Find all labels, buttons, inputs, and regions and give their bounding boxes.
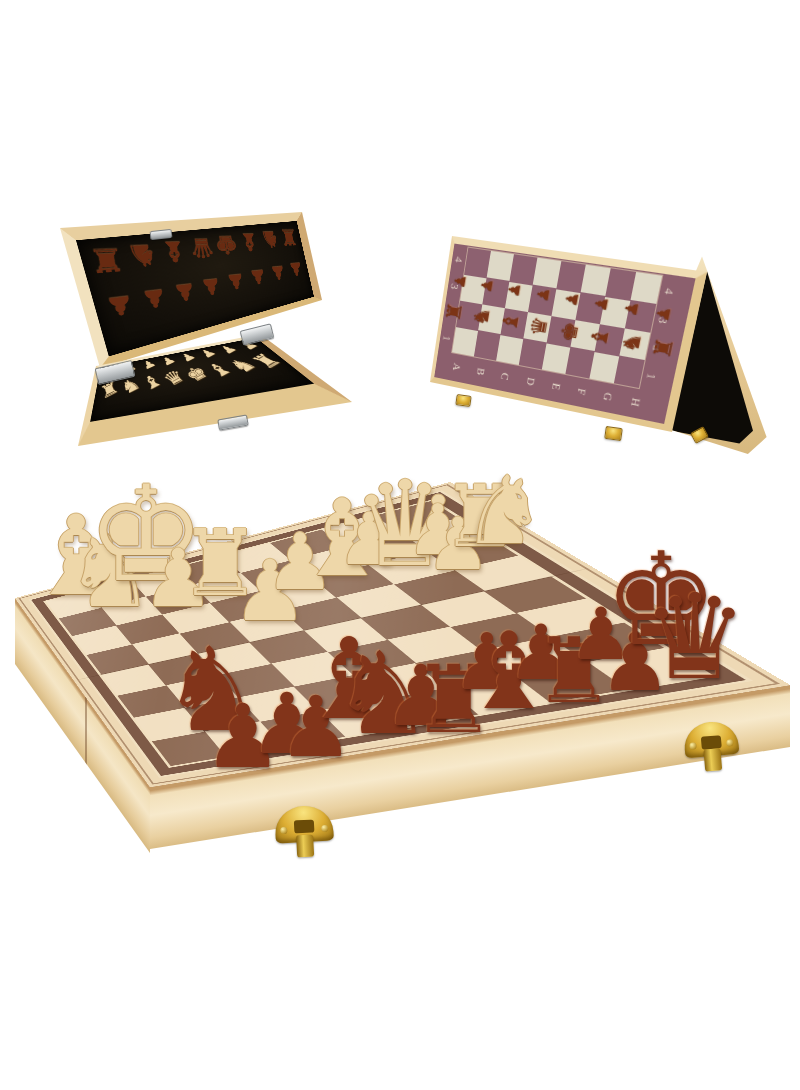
queen-glyph: ♛ — [528, 315, 552, 339]
clasp-slot — [701, 735, 722, 750]
screw-icon — [689, 742, 697, 750]
king-glyph: ♚ — [558, 320, 583, 344]
knight-glyph: ♞ — [619, 330, 645, 355]
pawn-glyph: ♟ — [248, 267, 267, 288]
brass-foot — [455, 394, 471, 407]
folded-board-face: 4321 4321 ABCDEFGH ♟♟♟♟♟♟♟♟ ♜♞♝♛♚♝♞♜ — [430, 236, 707, 432]
pawn-glyph: ♟ — [171, 280, 197, 305]
screw-icon — [726, 739, 734, 747]
coordinate-label: D — [525, 377, 537, 387]
coordinate-label: F — [575, 387, 588, 395]
bishop-glyph: ♝ — [157, 237, 190, 266]
pawn-glyph: ♟ — [623, 300, 642, 318]
box-lid: ♜♞♝♛♚♝♞♜ ♟♟♟♟♟♟♟♟ — [60, 212, 322, 368]
coordinate-label: 1 — [645, 372, 658, 380]
knight-glyph: ♞ — [124, 240, 161, 271]
pawn-glyph: ♟ — [288, 260, 304, 279]
rook-glyph: ♜ — [278, 226, 299, 248]
clasp-hasp — [296, 835, 314, 858]
screw-icon — [280, 827, 287, 834]
bishop-glyph: ♝ — [588, 325, 614, 349]
queen-glyph: ♛ — [186, 235, 216, 262]
knight-glyph: ♞ — [258, 228, 281, 251]
king-glyph: ♚ — [213, 232, 240, 258]
rook-glyph: ♜ — [86, 244, 128, 277]
coordinate-label: B — [475, 367, 487, 376]
box-lid-felt: ♜♞♝♛♚♝♞♜ ♟♟♟♟♟♟♟♟ — [76, 221, 314, 356]
pawn-glyph: ♟ — [140, 286, 169, 313]
bishop-glyph: ♝ — [237, 230, 262, 254]
fold-seam — [85, 696, 87, 765]
clasp-hasp — [703, 748, 722, 771]
pawn-glyph: ♟ — [507, 282, 524, 299]
brass-foot — [604, 426, 623, 441]
pawn-glyph: ♟ — [225, 271, 246, 293]
brass-clasp-right — [683, 720, 740, 759]
coordinate-label: C — [500, 372, 512, 381]
coordinate-label: A — [451, 362, 463, 372]
bishop-glyph: ♝ — [499, 310, 522, 333]
product-photo-stage: ♜♞♝♛♚♝♞♜ ♟♟♟♟♟♟♟♟ ♟♟♟♟♟♟♟♟ ♜♞♝♛♚♝♞♜ 4321… — [0, 0, 800, 1090]
pawn-glyph: ♟ — [593, 295, 612, 313]
pawn-glyph: ♟ — [535, 286, 553, 303]
pawn-glyph: ♟ — [104, 292, 136, 321]
brass-clasp-front — [274, 805, 334, 844]
pawn-glyph: ♟ — [479, 277, 496, 294]
pawn-glyph: ♟ — [200, 275, 223, 298]
pawn-glyph: ♟ — [654, 305, 674, 323]
rook-glyph: ♜ — [444, 301, 466, 324]
coordinate-label: 4 — [662, 288, 676, 296]
rook-glyph: ♜ — [651, 336, 678, 361]
pawn-glyph: ♟ — [452, 273, 468, 290]
coordinate-label: E — [550, 382, 563, 391]
coordinate-label: 4 — [453, 256, 464, 263]
screw-icon — [321, 825, 328, 832]
coordinate-label: G — [601, 392, 614, 402]
clasp-slot — [294, 820, 315, 834]
coordinate-label: 1 — [441, 334, 452, 341]
pawn-glyph: ♟ — [563, 291, 581, 308]
pawn-glyph: ♟ — [269, 263, 287, 283]
coordinate-label: H — [629, 397, 643, 407]
knight-glyph: ♞ — [471, 305, 494, 328]
pawn-glyph: ♟ — [140, 358, 157, 371]
